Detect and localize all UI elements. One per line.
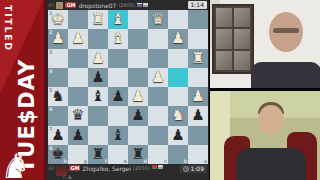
square-c4[interactable]: ♟ xyxy=(148,68,168,87)
captured-pieces: ♘♙ xyxy=(62,174,73,180)
clock-icon xyxy=(183,166,189,172)
square-f8[interactable]: f♜ xyxy=(88,145,108,164)
square-b4[interactable] xyxy=(168,68,188,87)
bottom-player-torso xyxy=(236,148,306,180)
white-king-h1[interactable]: ♚ xyxy=(48,10,68,29)
square-b3[interactable] xyxy=(168,49,188,68)
white-bishop-e1[interactable]: ♝ xyxy=(108,10,128,29)
square-a4[interactable] xyxy=(188,68,208,87)
bottom-player-head xyxy=(258,105,284,135)
flag-icon-misc xyxy=(143,3,148,7)
white-pawn-a5[interactable]: ♟ xyxy=(188,87,208,106)
square-b5[interactable] xyxy=(168,87,188,106)
square-d6[interactable]: ♟ xyxy=(128,106,148,125)
square-b2[interactable]: ♟ xyxy=(168,29,188,48)
black-queen-g6[interactable]: ♛ xyxy=(68,106,88,125)
square-h6[interactable]: 6 xyxy=(48,106,68,125)
square-d2[interactable] xyxy=(128,29,148,48)
rank-label: 6 xyxy=(49,106,52,112)
square-g8[interactable]: g xyxy=(68,145,88,164)
square-c6[interactable] xyxy=(148,106,168,125)
square-b7[interactable]: ♟ xyxy=(168,126,188,145)
white-rook-f1[interactable]: ♜ xyxy=(88,10,108,29)
square-g2[interactable]: ♟ xyxy=(68,29,88,48)
square-h4[interactable]: 4 xyxy=(48,68,68,87)
black-pawn-e5[interactable]: ♟ xyxy=(108,87,128,106)
square-h2[interactable]: 2♟ xyxy=(48,29,68,48)
square-d4[interactable] xyxy=(128,68,148,87)
square-d5[interactable]: ♟ xyxy=(128,87,148,106)
top-player-name: dropstone07 xyxy=(78,2,116,9)
square-e5[interactable]: ♟ xyxy=(108,87,128,106)
square-e1[interactable]: ♝ xyxy=(108,10,128,29)
black-bishop-e7[interactable]: ♝ xyxy=(108,126,128,145)
chess-board: 1♚♜♝♛2♟♟♝♟3♟♜4♟♟5♞♝♟♟♟6♛♟♞♟7♟♟♝♟8h♚gf♜ed… xyxy=(48,10,208,164)
square-d8[interactable]: d♜ xyxy=(128,145,148,164)
knight-logo-icon: ♞ xyxy=(0,146,30,180)
square-a5[interactable]: ♟ xyxy=(188,87,208,106)
white-rook-a3[interactable]: ♜ xyxy=(188,49,208,68)
square-g1[interactable] xyxy=(68,10,88,29)
square-f4[interactable]: ♟ xyxy=(88,68,108,87)
square-f2[interactable] xyxy=(88,29,108,48)
black-rook-d8[interactable]: ♜ xyxy=(128,145,148,164)
white-pawn-c4[interactable]: ♟ xyxy=(148,68,168,87)
top-player-flags xyxy=(137,3,148,7)
top-player-avatar xyxy=(56,2,63,9)
black-pawn-g7[interactable]: ♟ xyxy=(68,126,88,145)
white-bishop-e2[interactable]: ♝ xyxy=(108,29,128,48)
webcam-top-player xyxy=(210,0,320,88)
bottom-player-flags xyxy=(152,165,163,169)
webcam-column xyxy=(209,0,320,180)
black-rook-f8[interactable]: ♜ xyxy=(88,145,108,164)
square-b8[interactable]: b xyxy=(168,145,188,164)
rank-label: 3 xyxy=(49,49,52,55)
black-pawn-a6[interactable]: ♟ xyxy=(188,106,208,125)
bottom-overlay-number: 44 xyxy=(48,165,54,171)
square-c2[interactable] xyxy=(148,29,168,48)
top-title-badge: GM xyxy=(65,2,76,8)
square-f3[interactable]: ♟ xyxy=(88,49,108,68)
square-f1[interactable]: ♜ xyxy=(88,10,108,29)
square-f5[interactable]: ♝ xyxy=(88,87,108,106)
webcam-bottom-player xyxy=(210,91,320,180)
black-bishop-f5[interactable]: ♝ xyxy=(88,87,108,106)
top-player-torso xyxy=(251,62,320,88)
white-knight-b6[interactable]: ♞ xyxy=(168,106,188,125)
square-e2[interactable]: ♝ xyxy=(108,29,128,48)
square-d7[interactable] xyxy=(128,126,148,145)
top-player-bar: 40 GM dropstone07 (2600) 1:14 xyxy=(46,0,209,10)
white-pawn-f3[interactable]: ♟ xyxy=(88,49,108,68)
square-f6[interactable] xyxy=(88,106,108,125)
glass-cabinet xyxy=(212,4,254,74)
top-overlay-number: 40 xyxy=(48,2,54,8)
square-a7[interactable] xyxy=(188,126,208,145)
square-b1[interactable] xyxy=(168,10,188,29)
square-c7[interactable] xyxy=(148,126,168,145)
black-pawn-f4[interactable]: ♟ xyxy=(88,68,108,87)
square-a6[interactable]: ♟ xyxy=(188,106,208,125)
bottom-title-badge: GM xyxy=(69,165,80,171)
top-player-rating: (2600) xyxy=(118,2,135,8)
flag-icon-by xyxy=(152,165,157,169)
bottom-player-rating: (2650) xyxy=(133,165,150,171)
square-h8[interactable]: 8h♚ xyxy=(48,145,68,164)
white-pawn-g2[interactable]: ♟ xyxy=(68,29,88,48)
square-a8[interactable]: a xyxy=(188,145,208,164)
flag-icon-misc xyxy=(158,165,163,169)
white-pawn-d5[interactable]: ♟ xyxy=(128,87,148,106)
square-e3[interactable] xyxy=(108,49,128,68)
white-queen-c1[interactable]: ♛ xyxy=(148,10,168,29)
square-e7[interactable]: ♝ xyxy=(108,126,128,145)
square-g4[interactable] xyxy=(68,68,88,87)
square-b6[interactable]: ♞ xyxy=(168,106,188,125)
bottom-player-clock: 1:09 xyxy=(180,165,207,173)
black-king-h8[interactable]: ♚ xyxy=(48,145,68,164)
square-c5[interactable] xyxy=(148,87,168,106)
bottom-player-name: Zhigalko, Sergei xyxy=(82,165,131,172)
square-g3[interactable] xyxy=(68,49,88,68)
white-pawn-h2[interactable]: ♟ xyxy=(48,29,68,48)
square-h1[interactable]: 1♚ xyxy=(48,10,68,29)
square-g6[interactable]: ♛ xyxy=(68,106,88,125)
bottom-player-bar: 44 GM Zhigalko, Sergei (2650) ♘♙ 1:09 xyxy=(46,164,209,180)
square-a1[interactable] xyxy=(188,10,208,29)
square-c8[interactable]: c xyxy=(148,145,168,164)
stream-frame: TITLED TUE$DAY ♞ 40 GM dropstone07 (2600… xyxy=(0,0,320,180)
glasses xyxy=(273,28,299,33)
flag-icon-ru xyxy=(137,3,142,7)
square-d1[interactable] xyxy=(128,10,148,29)
square-a3[interactable]: ♜ xyxy=(188,49,208,68)
square-g7[interactable]: ♟ xyxy=(68,126,88,145)
square-f7[interactable] xyxy=(88,126,108,145)
white-pawn-b2[interactable]: ♟ xyxy=(168,29,188,48)
square-c3[interactable] xyxy=(148,49,168,68)
black-pawn-b7[interactable]: ♟ xyxy=(168,126,188,145)
rank-label: 4 xyxy=(49,68,52,74)
top-player-clock: 1:14 xyxy=(188,1,207,9)
square-h7[interactable]: 7♟ xyxy=(48,126,68,145)
square-g5[interactable] xyxy=(68,87,88,106)
black-pawn-d6[interactable]: ♟ xyxy=(128,106,148,125)
square-e4[interactable] xyxy=(108,68,128,87)
square-e6[interactable] xyxy=(108,106,128,125)
board-panel: 40 GM dropstone07 (2600) 1:14 1♚♜♝♛2♟♟♝♟… xyxy=(46,0,209,180)
square-d3[interactable] xyxy=(128,49,148,68)
titled-tuesday-banner: TITLED TUE$DAY ♞ xyxy=(0,0,46,180)
square-h5[interactable]: 5♞ xyxy=(48,87,68,106)
black-pawn-h7[interactable]: ♟ xyxy=(48,126,68,145)
square-e8[interactable]: e xyxy=(108,145,128,164)
square-h3[interactable]: 3 xyxy=(48,49,68,68)
square-c1[interactable]: ♛ xyxy=(148,10,168,29)
black-knight-h5[interactable]: ♞ xyxy=(48,87,68,106)
square-a2[interactable] xyxy=(188,29,208,48)
